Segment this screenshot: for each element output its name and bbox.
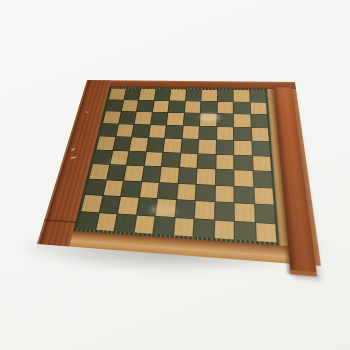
- board-square-j9: [250, 102, 267, 114]
- board-square-h4: [215, 169, 233, 185]
- board-square-i9: [234, 102, 250, 114]
- board-square-e8: [167, 113, 184, 125]
- board-square-i8: [234, 114, 250, 127]
- board-square-a9: [106, 100, 123, 111]
- board-square-a10: [109, 89, 125, 100]
- board-square-j4: [253, 171, 272, 187]
- board-square-g10: [201, 90, 216, 101]
- board-square-f5: [180, 153, 198, 168]
- board-square-d6: [146, 138, 164, 152]
- board-square-b8: [119, 112, 136, 124]
- board-square-f4: [178, 168, 196, 184]
- checkerboard-surface: [73, 87, 280, 246]
- board-square-c5: [127, 151, 145, 165]
- board-square-b2: [100, 196, 120, 213]
- board-square-c8: [135, 112, 152, 124]
- board-square-c1: [115, 214, 136, 232]
- board-square-a6: [97, 136, 115, 149]
- board-square-d7: [149, 125, 166, 138]
- board-square-a7: [100, 124, 118, 137]
- board-square-i6: [234, 141, 251, 155]
- board-square-h5: [216, 154, 233, 169]
- left-rail-joint-seam: [44, 219, 76, 223]
- board-square-j8: [251, 115, 268, 128]
- board-square-e6: [164, 138, 182, 152]
- board-square-a2: [81, 195, 102, 212]
- board-square-f6: [181, 139, 198, 153]
- board-square-f8: [183, 113, 199, 125]
- board-square-a8: [103, 111, 120, 123]
- board-square-h1: [214, 220, 234, 239]
- board-square-g2: [195, 201, 214, 219]
- board-square-f1: [173, 218, 193, 237]
- board-square-b9: [121, 100, 138, 111]
- board-square-f9: [184, 101, 200, 113]
- board-square-g4: [197, 169, 215, 185]
- board-square-d9: [153, 100, 169, 112]
- board-square-e1: [154, 216, 174, 235]
- board-square-d1: [134, 215, 155, 234]
- board-square-h10: [217, 90, 232, 101]
- board-square-d8: [151, 112, 168, 124]
- board-square-e3: [158, 183, 177, 200]
- board-square-i1: [235, 221, 255, 241]
- board-square-h8: [217, 114, 233, 127]
- scratch-mark: [71, 148, 75, 151]
- board-square-a4: [89, 164, 108, 179]
- board-square-c2: [118, 197, 138, 214]
- board-square-d5: [144, 152, 162, 167]
- board-square-c4: [124, 166, 143, 181]
- board-square-a5: [93, 150, 112, 164]
- board-square-b7: [116, 124, 134, 137]
- board-square-b5: [110, 150, 129, 164]
- board-square-j10: [250, 90, 266, 101]
- board-square-g7: [199, 126, 216, 139]
- board-square-g1: [194, 219, 214, 238]
- board-square-g8: [200, 113, 216, 126]
- board-square-e10: [170, 89, 186, 100]
- board-square-e7: [165, 125, 182, 138]
- board-square-h9: [217, 102, 233, 114]
- board-square-c10: [139, 89, 155, 100]
- scratch-mark: [71, 156, 76, 159]
- board-square-i10: [234, 90, 250, 101]
- board-square-i7: [234, 127, 251, 140]
- board-square-j5: [253, 156, 272, 171]
- board-square-b6: [113, 137, 131, 151]
- board-square-j3: [254, 187, 274, 204]
- board-square-b3: [103, 180, 123, 196]
- board-square-a3: [85, 179, 105, 195]
- board-square-j1: [255, 223, 276, 243]
- board-square-i2: [235, 203, 255, 221]
- board-square-h3: [215, 185, 233, 202]
- board-square-h2: [215, 202, 234, 220]
- board-square-f10: [185, 90, 201, 101]
- board-square-c6: [130, 137, 148, 151]
- board-square-d3: [139, 182, 158, 198]
- board-square-e5: [162, 152, 180, 167]
- board-square-f7: [182, 126, 199, 139]
- board-square-g3: [196, 184, 215, 201]
- board-square-b4: [107, 165, 126, 180]
- board-square-b1: [96, 213, 117, 231]
- board-square-i5: [234, 155, 252, 170]
- board-square-d2: [137, 198, 157, 215]
- board-square-c7: [132, 124, 149, 137]
- board-square-j2: [255, 204, 275, 223]
- board-square-e4: [160, 167, 179, 183]
- board-square-d10: [154, 89, 170, 100]
- game-board: [37, 80, 321, 266]
- board-square-c9: [137, 100, 154, 112]
- board-square-j6: [252, 141, 270, 155]
- scratch-mark: [86, 111, 89, 113]
- board-square-f3: [177, 183, 196, 200]
- board-square-b10: [124, 89, 140, 100]
- board-square-f2: [175, 200, 194, 218]
- board-square-d4: [142, 166, 161, 181]
- board-square-c3: [121, 181, 141, 197]
- board-square-g5: [198, 154, 216, 169]
- board-square-h7: [217, 127, 234, 140]
- board-square-e9: [168, 101, 184, 113]
- board-square-j7: [251, 128, 269, 142]
- board-square-g6: [198, 140, 215, 154]
- board-square-e2: [156, 199, 176, 217]
- board-grid: [77, 89, 277, 243]
- board-square-i4: [234, 170, 252, 186]
- board-square-i3: [235, 186, 254, 203]
- photo-background: [0, 0, 350, 350]
- board-square-g9: [201, 101, 217, 113]
- board-square-h6: [216, 140, 233, 154]
